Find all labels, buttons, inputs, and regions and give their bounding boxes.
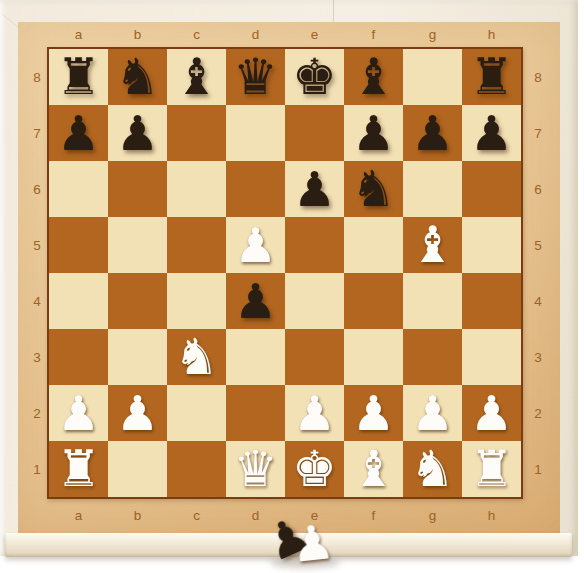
square-c5[interactable] bbox=[167, 217, 226, 273]
black-pawn[interactable]: ♟ bbox=[57, 105, 100, 161]
black-pawn[interactable]: ♟ bbox=[470, 105, 513, 161]
black-king[interactable]: ♚ bbox=[292, 49, 337, 105]
black-knight[interactable]: ♞ bbox=[351, 161, 396, 217]
square-f6[interactable]: ♞ bbox=[344, 161, 403, 217]
square-b7[interactable]: ♟ bbox=[108, 105, 167, 161]
square-b6[interactable] bbox=[108, 161, 167, 217]
file-label-e-top: e bbox=[285, 22, 344, 47]
rank-label-1-right: 1 bbox=[523, 441, 553, 497]
square-a5[interactable] bbox=[49, 217, 108, 273]
square-g4[interactable] bbox=[403, 273, 462, 329]
square-g7[interactable]: ♟ bbox=[403, 105, 462, 161]
square-g2[interactable]: ♟ bbox=[403, 385, 462, 441]
square-b4[interactable] bbox=[108, 273, 167, 329]
rank-label-6-right: 6 bbox=[523, 161, 553, 217]
file-label-h-bottom: h bbox=[462, 499, 521, 531]
square-f8[interactable]: ♝ bbox=[344, 49, 403, 105]
demo-board: abcdefgh abcdefgh 87654321 87654321 ♜♞♝♛… bbox=[0, 0, 584, 573]
square-d5[interactable]: ♟ bbox=[226, 217, 285, 273]
square-h1[interactable]: ♜ bbox=[462, 441, 521, 497]
rank-label-7-right: 7 bbox=[523, 105, 553, 161]
square-c7[interactable] bbox=[167, 105, 226, 161]
square-g5[interactable]: ♝ bbox=[403, 217, 462, 273]
square-e8[interactable]: ♚ bbox=[285, 49, 344, 105]
file-label-g-bottom: g bbox=[403, 499, 462, 531]
square-d4[interactable]: ♟ bbox=[226, 273, 285, 329]
frame-seam bbox=[2, 14, 18, 28]
black-rook[interactable]: ♜ bbox=[469, 49, 514, 105]
file-label-d-top: d bbox=[226, 22, 285, 47]
square-h8[interactable]: ♜ bbox=[462, 49, 521, 105]
square-b1[interactable] bbox=[108, 441, 167, 497]
white-rook[interactable]: ♜ bbox=[56, 441, 101, 497]
file-label-f-top: f bbox=[344, 22, 403, 47]
rank-label-4-right: 4 bbox=[523, 273, 553, 329]
square-f5[interactable] bbox=[344, 217, 403, 273]
square-c1[interactable] bbox=[167, 441, 226, 497]
rank-label-8-right: 8 bbox=[523, 49, 553, 105]
square-e1[interactable]: ♚ bbox=[285, 441, 344, 497]
file-label-b-bottom: b bbox=[108, 499, 167, 531]
captured-white-pawn[interactable]: ♟ bbox=[289, 517, 337, 569]
square-d6[interactable] bbox=[226, 161, 285, 217]
square-c6[interactable] bbox=[167, 161, 226, 217]
rank-label-2-right: 2 bbox=[523, 385, 553, 441]
square-c8[interactable]: ♝ bbox=[167, 49, 226, 105]
black-bishop[interactable]: ♝ bbox=[174, 49, 219, 105]
black-queen[interactable]: ♛ bbox=[233, 49, 278, 105]
file-label-b-top: b bbox=[108, 22, 167, 47]
white-pawn[interactable]: ♟ bbox=[470, 385, 513, 441]
square-e6[interactable]: ♟ bbox=[285, 161, 344, 217]
file-label-h-top: h bbox=[462, 22, 521, 47]
white-pawn[interactable]: ♟ bbox=[234, 217, 277, 273]
square-a2[interactable]: ♟ bbox=[49, 385, 108, 441]
square-b3[interactable] bbox=[108, 329, 167, 385]
white-bishop[interactable]: ♝ bbox=[351, 441, 396, 497]
chess-board: ♜♞♝♛♚♝♜♟♟♟♟♟♟♞♟♝♟♞♟♟♟♟♟♟♜♛♚♝♞♜ bbox=[47, 47, 523, 499]
frame-seam bbox=[333, 0, 334, 22]
file-label-c-bottom: c bbox=[167, 499, 226, 531]
white-bishop[interactable]: ♝ bbox=[410, 217, 455, 273]
square-g8[interactable] bbox=[403, 49, 462, 105]
square-b2[interactable]: ♟ bbox=[108, 385, 167, 441]
square-h3[interactable] bbox=[462, 329, 521, 385]
square-d8[interactable]: ♛ bbox=[226, 49, 285, 105]
white-pawn[interactable]: ♟ bbox=[57, 385, 100, 441]
square-d7[interactable] bbox=[226, 105, 285, 161]
square-c4[interactable] bbox=[167, 273, 226, 329]
square-f7[interactable]: ♟ bbox=[344, 105, 403, 161]
square-e5[interactable] bbox=[285, 217, 344, 273]
square-h6[interactable] bbox=[462, 161, 521, 217]
white-knight[interactable]: ♞ bbox=[410, 441, 455, 497]
black-pawn[interactable]: ♟ bbox=[116, 105, 159, 161]
square-b5[interactable] bbox=[108, 217, 167, 273]
square-f1[interactable]: ♝ bbox=[344, 441, 403, 497]
square-a3[interactable] bbox=[49, 329, 108, 385]
file-label-a-bottom: a bbox=[49, 499, 108, 531]
white-pawn[interactable]: ♟ bbox=[293, 385, 336, 441]
white-rook[interactable]: ♜ bbox=[469, 441, 514, 497]
square-d1[interactable]: ♛ bbox=[226, 441, 285, 497]
black-pawn[interactable]: ♟ bbox=[234, 273, 277, 329]
black-knight[interactable]: ♞ bbox=[115, 49, 160, 105]
file-label-a-top: a bbox=[49, 22, 108, 47]
square-f2[interactable]: ♟ bbox=[344, 385, 403, 441]
black-pawn[interactable]: ♟ bbox=[293, 161, 336, 217]
rank-labels-right: 87654321 bbox=[523, 49, 553, 497]
square-h7[interactable]: ♟ bbox=[462, 105, 521, 161]
black-pawn[interactable]: ♟ bbox=[352, 105, 395, 161]
white-king[interactable]: ♚ bbox=[292, 441, 337, 497]
white-pawn[interactable]: ♟ bbox=[352, 385, 395, 441]
square-e3[interactable] bbox=[285, 329, 344, 385]
square-e4[interactable] bbox=[285, 273, 344, 329]
square-h2[interactable]: ♟ bbox=[462, 385, 521, 441]
rank-label-3-right: 3 bbox=[523, 329, 553, 385]
black-rook[interactable]: ♜ bbox=[56, 49, 101, 105]
square-a1[interactable]: ♜ bbox=[49, 441, 108, 497]
square-g6[interactable] bbox=[403, 161, 462, 217]
square-f3[interactable] bbox=[344, 329, 403, 385]
black-bishop[interactable]: ♝ bbox=[351, 49, 396, 105]
file-label-g-top: g bbox=[403, 22, 462, 47]
black-pawn[interactable]: ♟ bbox=[411, 105, 454, 161]
square-a7[interactable]: ♟ bbox=[49, 105, 108, 161]
square-c2[interactable] bbox=[167, 385, 226, 441]
square-g3[interactable] bbox=[403, 329, 462, 385]
rank-label-5-right: 5 bbox=[523, 217, 553, 273]
square-h4[interactable] bbox=[462, 273, 521, 329]
square-a4[interactable] bbox=[49, 273, 108, 329]
square-e2[interactable]: ♟ bbox=[285, 385, 344, 441]
white-knight[interactable]: ♞ bbox=[174, 329, 219, 385]
square-c3[interactable]: ♞ bbox=[167, 329, 226, 385]
square-d3[interactable] bbox=[226, 329, 285, 385]
square-h5[interactable] bbox=[462, 217, 521, 273]
file-label-c-top: c bbox=[167, 22, 226, 47]
square-d2[interactable] bbox=[226, 385, 285, 441]
white-pawn[interactable]: ♟ bbox=[116, 385, 159, 441]
square-a8[interactable]: ♜ bbox=[49, 49, 108, 105]
square-e7[interactable] bbox=[285, 105, 344, 161]
square-a6[interactable] bbox=[49, 161, 108, 217]
white-queen[interactable]: ♛ bbox=[233, 441, 278, 497]
square-g1[interactable]: ♞ bbox=[403, 441, 462, 497]
square-b8[interactable]: ♞ bbox=[108, 49, 167, 105]
white-pawn[interactable]: ♟ bbox=[411, 385, 454, 441]
square-f4[interactable] bbox=[344, 273, 403, 329]
file-labels-top: abcdefgh bbox=[49, 22, 521, 47]
file-label-f-bottom: f bbox=[344, 499, 403, 531]
